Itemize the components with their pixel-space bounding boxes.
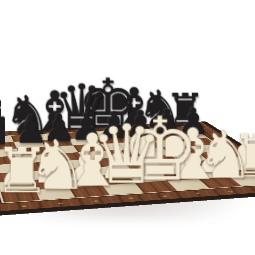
piece-white-rook[interactable]: ♜ [0, 142, 50, 201]
file-label: d [127, 197, 134, 200]
file-label: b [57, 202, 63, 205]
chess-set-photo: ♜♞♝♛♚♝♞♜♟♟♟♟♟♟♟♟♟♟♟♟♟♟♟♟♜♞♝♛♚♝♞♜ 8765432… [0, 0, 255, 255]
square-a1[interactable]: ♜ [1, 190, 40, 203]
file-label: e [161, 194, 168, 197]
file-label: c [93, 199, 99, 202]
file-label: f [195, 192, 201, 195]
file-label: a [21, 204, 27, 207]
file-label: g [226, 190, 234, 193]
